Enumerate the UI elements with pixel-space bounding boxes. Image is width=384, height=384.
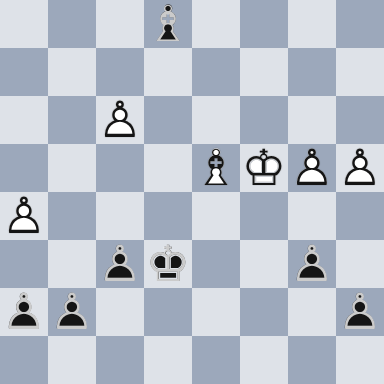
square-f3[interactable] — [240, 240, 288, 288]
white-pawn[interactable]: ♟♙ — [0, 192, 48, 240]
square-f6[interactable] — [240, 96, 288, 144]
square-h5[interactable]: ♟♙ — [336, 144, 384, 192]
chess-board: ♝♗♟♙♝♗♚♔♟♙♟♙♟♙♟♙♚♔♟♙♟♙♟♙♟♙ — [0, 0, 384, 384]
square-g4[interactable] — [288, 192, 336, 240]
black-bishop-outline-icon: ♗ — [144, 0, 192, 48]
black-pawn-outline-icon: ♙ — [288, 240, 336, 288]
square-e6[interactable] — [192, 96, 240, 144]
white-bishop[interactable]: ♝♗ — [192, 144, 240, 192]
square-f7[interactable] — [240, 48, 288, 96]
square-g7[interactable] — [288, 48, 336, 96]
black-king[interactable]: ♚♔ — [144, 240, 192, 288]
square-c1[interactable] — [96, 336, 144, 384]
square-b4[interactable] — [48, 192, 96, 240]
square-c7[interactable] — [96, 48, 144, 96]
square-b6[interactable] — [48, 96, 96, 144]
square-d8[interactable]: ♝♗ — [144, 0, 192, 48]
square-c4[interactable] — [96, 192, 144, 240]
square-g2[interactable] — [288, 288, 336, 336]
square-a3[interactable] — [0, 240, 48, 288]
black-bishop[interactable]: ♝♗ — [144, 0, 192, 48]
black-pawn-outline-icon: ♙ — [336, 288, 384, 336]
white-pawn-outline-icon: ♙ — [288, 144, 336, 192]
white-king[interactable]: ♚♔ — [240, 144, 288, 192]
square-a2[interactable]: ♟♙ — [0, 288, 48, 336]
square-d7[interactable] — [144, 48, 192, 96]
square-a7[interactable] — [0, 48, 48, 96]
white-pawn-outline-icon: ♙ — [336, 144, 384, 192]
square-f1[interactable] — [240, 336, 288, 384]
white-pawn[interactable]: ♟♙ — [96, 96, 144, 144]
square-d6[interactable] — [144, 96, 192, 144]
black-pawn[interactable]: ♟♙ — [336, 288, 384, 336]
black-king-outline-icon: ♔ — [144, 240, 192, 288]
black-pawn[interactable]: ♟♙ — [96, 240, 144, 288]
square-f4[interactable] — [240, 192, 288, 240]
square-g8[interactable] — [288, 0, 336, 48]
square-d3[interactable]: ♚♔ — [144, 240, 192, 288]
square-b8[interactable] — [48, 0, 96, 48]
square-e3[interactable] — [192, 240, 240, 288]
white-bishop-outline-icon: ♗ — [192, 144, 240, 192]
square-h7[interactable] — [336, 48, 384, 96]
square-b1[interactable] — [48, 336, 96, 384]
square-e7[interactable] — [192, 48, 240, 96]
black-pawn[interactable]: ♟♙ — [48, 288, 96, 336]
square-f8[interactable] — [240, 0, 288, 48]
square-d5[interactable] — [144, 144, 192, 192]
square-h6[interactable] — [336, 96, 384, 144]
square-a6[interactable] — [0, 96, 48, 144]
white-pawn-outline-icon: ♙ — [0, 192, 48, 240]
square-a1[interactable] — [0, 336, 48, 384]
square-e8[interactable] — [192, 0, 240, 48]
square-c6[interactable]: ♟♙ — [96, 96, 144, 144]
square-h3[interactable] — [336, 240, 384, 288]
square-h4[interactable] — [336, 192, 384, 240]
white-king-outline-icon: ♔ — [240, 144, 288, 192]
square-h8[interactable] — [336, 0, 384, 48]
square-e4[interactable] — [192, 192, 240, 240]
square-g5[interactable]: ♟♙ — [288, 144, 336, 192]
square-e1[interactable] — [192, 336, 240, 384]
white-pawn-outline-icon: ♙ — [96, 96, 144, 144]
square-g6[interactable] — [288, 96, 336, 144]
square-d1[interactable] — [144, 336, 192, 384]
square-a4[interactable]: ♟♙ — [0, 192, 48, 240]
square-c2[interactable] — [96, 288, 144, 336]
square-c3[interactable]: ♟♙ — [96, 240, 144, 288]
square-h1[interactable] — [336, 336, 384, 384]
square-b3[interactable] — [48, 240, 96, 288]
black-pawn-outline-icon: ♙ — [0, 288, 48, 336]
black-pawn[interactable]: ♟♙ — [0, 288, 48, 336]
square-d4[interactable] — [144, 192, 192, 240]
square-c5[interactable] — [96, 144, 144, 192]
black-pawn-outline-icon: ♙ — [48, 288, 96, 336]
black-pawn-outline-icon: ♙ — [96, 240, 144, 288]
square-b2[interactable]: ♟♙ — [48, 288, 96, 336]
square-g3[interactable]: ♟♙ — [288, 240, 336, 288]
square-e2[interactable] — [192, 288, 240, 336]
black-pawn[interactable]: ♟♙ — [288, 240, 336, 288]
white-pawn[interactable]: ♟♙ — [288, 144, 336, 192]
square-a5[interactable] — [0, 144, 48, 192]
white-pawn[interactable]: ♟♙ — [336, 144, 384, 192]
square-h2[interactable]: ♟♙ — [336, 288, 384, 336]
square-d2[interactable] — [144, 288, 192, 336]
square-f5[interactable]: ♚♔ — [240, 144, 288, 192]
square-e5[interactable]: ♝♗ — [192, 144, 240, 192]
square-f2[interactable] — [240, 288, 288, 336]
square-b5[interactable] — [48, 144, 96, 192]
square-g1[interactable] — [288, 336, 336, 384]
square-c8[interactable] — [96, 0, 144, 48]
square-b7[interactable] — [48, 48, 96, 96]
square-a8[interactable] — [0, 0, 48, 48]
